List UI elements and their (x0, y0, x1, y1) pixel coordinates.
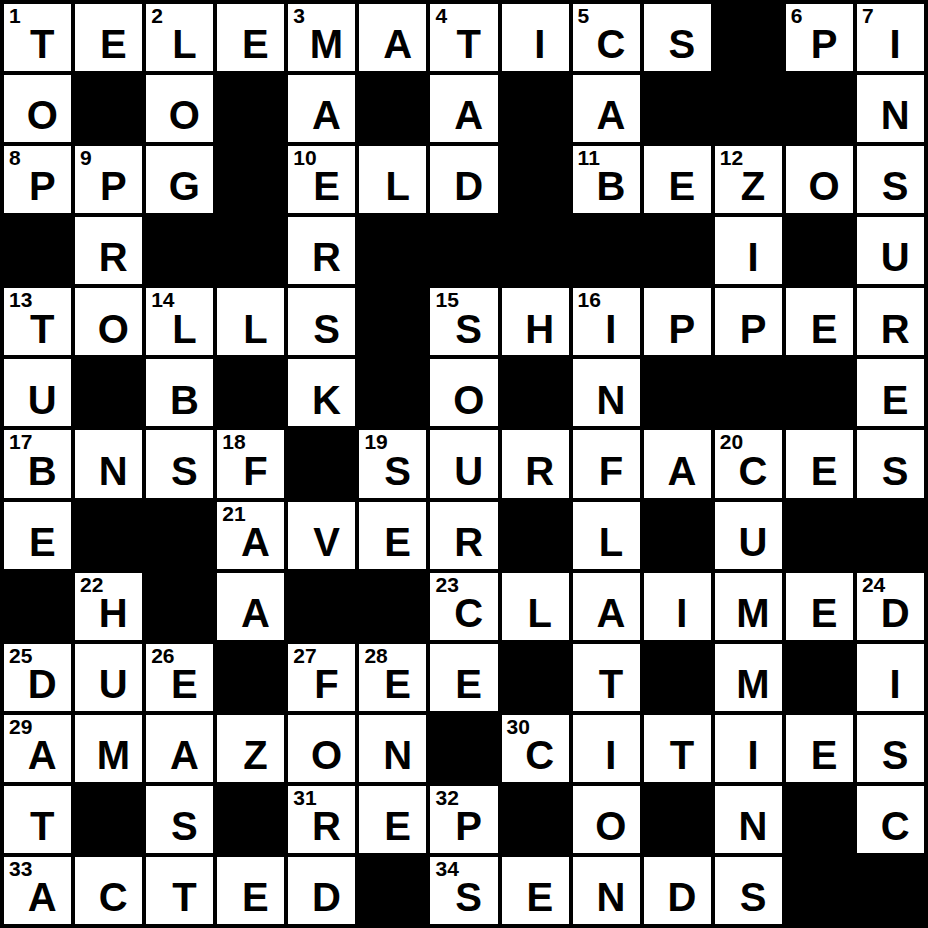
cell-r2c5[interactable]: A (288, 75, 355, 142)
cell-letter: S (171, 804, 198, 849)
cell-r5c13[interactable]: R (857, 288, 924, 355)
cell-letter: U (99, 661, 128, 706)
cell-letter: U (739, 519, 768, 564)
cell-letter: L (599, 519, 623, 564)
cell-letter: E (100, 22, 127, 67)
cell-r9c7[interactable]: 23C (430, 573, 497, 640)
cell-letter: N (596, 875, 625, 920)
cell-r8c6[interactable]: E (359, 502, 426, 569)
cell-letter: A (454, 93, 483, 138)
block-cell-r3c8 (502, 146, 569, 213)
clue-number-27: 27 (293, 645, 316, 667)
cell-letter: A (170, 733, 199, 778)
cell-r1c7[interactable]: 4T (430, 4, 497, 71)
cell-r13c8[interactable]: E (502, 857, 569, 924)
cell-r13c2[interactable]: C (75, 857, 142, 924)
block-cell-r9c1 (4, 573, 71, 640)
cell-r1c4[interactable]: E (217, 4, 284, 71)
cell-r7c6[interactable]: 19S (359, 430, 426, 497)
cell-r10c11[interactable]: M (715, 644, 782, 711)
cell-r3c2[interactable]: 9P (75, 146, 142, 213)
block-cell-r8c10 (644, 502, 711, 569)
cell-r5c9[interactable]: 16I (573, 288, 640, 355)
cell-letter: A (667, 448, 696, 493)
cell-letter: B (170, 377, 199, 422)
cell-r1c3[interactable]: 2L (146, 4, 213, 71)
cell-letter: P (455, 804, 482, 849)
block-cell-r4c8 (502, 217, 569, 284)
cell-r5c2[interactable]: O (75, 288, 142, 355)
cell-r1c2[interactable]: E (75, 4, 142, 71)
cell-r13c10[interactable]: D (644, 857, 711, 924)
cell-r12c1[interactable]: T (4, 786, 71, 853)
cell-r7c4[interactable]: 18F (217, 430, 284, 497)
cell-letter: C (454, 590, 483, 635)
cell-letter: R (99, 235, 128, 280)
block-cell-r12c12 (786, 786, 853, 853)
cell-r9c2[interactable]: 22H (75, 573, 142, 640)
cell-letter: E (811, 590, 838, 635)
cell-r6c9[interactable]: N (573, 359, 640, 426)
block-cell-r4c1 (4, 217, 71, 284)
cell-letter: I (676, 590, 687, 635)
cell-r7c8[interactable]: R (502, 430, 569, 497)
block-cell-r2c2 (75, 75, 142, 142)
cell-letter: I (890, 22, 901, 67)
cell-letter: I (534, 22, 545, 67)
cell-letter: S (669, 22, 696, 67)
cell-letter: O (809, 164, 840, 209)
cell-r2c3[interactable]: O (146, 75, 213, 142)
block-cell-r9c3 (146, 573, 213, 640)
cell-r1c9[interactable]: 5C (573, 4, 640, 71)
block-cell-r6c2 (75, 359, 142, 426)
cell-r6c13[interactable]: E (857, 359, 924, 426)
cell-letter: Z (741, 164, 765, 209)
block-cell-r1c11 (715, 4, 782, 71)
cell-letter: E (242, 875, 269, 920)
cell-r7c12[interactable]: E (786, 430, 853, 497)
block-cell-r13c13 (857, 857, 924, 924)
cell-r13c9[interactable]: N (573, 857, 640, 924)
cell-letter: A (241, 519, 270, 564)
block-cell-r3c4 (217, 146, 284, 213)
block-cell-r6c12 (786, 359, 853, 426)
block-cell-r13c12 (786, 857, 853, 924)
cell-letter: A (383, 22, 412, 67)
cell-r6c3[interactable]: B (146, 359, 213, 426)
cell-letter: C (99, 875, 128, 920)
cell-r3c9[interactable]: 11B (573, 146, 640, 213)
cell-r11c10[interactable]: T (644, 715, 711, 782)
cell-r11c3[interactable]: A (146, 715, 213, 782)
cell-r13c11[interactable]: S (715, 857, 782, 924)
block-cell-r6c11 (715, 359, 782, 426)
cell-r6c1[interactable]: U (4, 359, 71, 426)
cell-r1c5[interactable]: 3M (288, 4, 355, 71)
cell-r9c4[interactable]: A (217, 573, 284, 640)
cell-r5c11[interactable]: P (715, 288, 782, 355)
block-cell-r8c2 (75, 502, 142, 569)
cell-r12c7[interactable]: 32P (430, 786, 497, 853)
cell-r12c5[interactable]: 31R (288, 786, 355, 853)
cell-r7c10[interactable]: A (644, 430, 711, 497)
clue-number-7: 7 (862, 5, 874, 27)
clue-number-3: 3 (293, 5, 305, 27)
cell-letter: V (313, 519, 340, 564)
cell-r2c7[interactable]: A (430, 75, 497, 142)
cell-letter: T (30, 22, 54, 67)
cell-letter: E (455, 661, 482, 706)
block-cell-r4c12 (786, 217, 853, 284)
cell-r1c1[interactable]: 1T (4, 4, 71, 71)
cell-letter: A (596, 93, 625, 138)
cell-letter: U (454, 448, 483, 493)
cell-r13c3[interactable]: T (146, 857, 213, 924)
clue-number-12: 12 (720, 147, 743, 169)
cell-letter: L (172, 306, 196, 351)
cell-r3c1[interactable]: 8P (4, 146, 71, 213)
crossword-board: 1TE2LE3MA4TI5CS6P7IOOAAAN8P9PG10ELD11BE1… (0, 0, 928, 928)
cell-letter: L (528, 590, 552, 635)
cell-r11c9[interactable]: I (573, 715, 640, 782)
cell-r1c12[interactable]: 6P (786, 4, 853, 71)
block-cell-r6c10 (644, 359, 711, 426)
block-cell-r5c6 (359, 288, 426, 355)
block-cell-r12c2 (75, 786, 142, 853)
cell-r3c3[interactable]: G (146, 146, 213, 213)
cell-letter: A (28, 733, 57, 778)
cell-r5c7[interactable]: 15S (430, 288, 497, 355)
cell-letter: R (312, 804, 341, 849)
cell-r10c7[interactable]: E (430, 644, 497, 711)
cell-letter: S (455, 875, 482, 920)
clue-number-6: 6 (791, 5, 803, 27)
cell-r10c6[interactable]: 28E (359, 644, 426, 711)
cell-r8c11[interactable]: U (715, 502, 782, 569)
cell-letter: U (28, 377, 57, 422)
cell-letter: B (28, 448, 57, 493)
cell-letter: E (811, 448, 838, 493)
cell-r11c11[interactable]: I (715, 715, 782, 782)
cell-letter: M (736, 590, 769, 635)
cell-letter: G (169, 164, 200, 209)
cell-letter: T (30, 804, 54, 849)
cell-letter: O (169, 93, 200, 138)
cell-r12c3[interactable]: S (146, 786, 213, 853)
cell-r7c11[interactable]: 20C (715, 430, 782, 497)
cell-letter: M (97, 733, 130, 778)
cell-letter: T (30, 306, 54, 351)
cell-r7c2[interactable]: N (75, 430, 142, 497)
cell-letter: E (882, 377, 909, 422)
cell-r9c13[interactable]: 24D (857, 573, 924, 640)
cell-letter: E (29, 519, 56, 564)
clue-number-4: 4 (435, 5, 447, 27)
cell-letter: B (596, 164, 625, 209)
cell-letter: E (384, 804, 411, 849)
cell-r7c3[interactable]: S (146, 430, 213, 497)
block-cell-r8c13 (857, 502, 924, 569)
cell-letter: N (739, 804, 768, 849)
block-cell-r10c8 (502, 644, 569, 711)
cell-r1c6[interactable]: A (359, 4, 426, 71)
cell-r11c4[interactable]: Z (217, 715, 284, 782)
cell-letter: S (882, 164, 909, 209)
cell-letter: P (669, 306, 696, 351)
cell-letter: R (454, 519, 483, 564)
cell-letter: H (99, 590, 128, 635)
cell-letter: T (456, 22, 480, 67)
cell-r11c12[interactable]: E (786, 715, 853, 782)
cell-r11c5[interactable]: O (288, 715, 355, 782)
cell-r3c13[interactable]: S (857, 146, 924, 213)
cell-r8c1[interactable]: E (4, 502, 71, 569)
cell-letter: C (739, 448, 768, 493)
cell-letter: D (881, 590, 910, 635)
cell-r13c7[interactable]: 34S (430, 857, 497, 924)
cell-r5c3[interactable]: 14L (146, 288, 213, 355)
cell-letter: D (312, 875, 341, 920)
cell-letter: O (453, 377, 484, 422)
cell-r5c5[interactable]: S (288, 288, 355, 355)
cell-letter: D (454, 164, 483, 209)
cell-letter: I (605, 733, 616, 778)
cell-r8c9[interactable]: L (573, 502, 640, 569)
block-cell-r9c5 (288, 573, 355, 640)
cell-r12c13[interactable]: C (857, 786, 924, 853)
cell-r4c2[interactable]: R (75, 217, 142, 284)
cell-letter: S (455, 306, 482, 351)
block-cell-r2c8 (502, 75, 569, 142)
cell-letter: I (890, 661, 901, 706)
cell-letter: M (736, 661, 769, 706)
cell-r3c5[interactable]: 10E (288, 146, 355, 213)
cell-r12c6[interactable]: E (359, 786, 426, 853)
cell-letter: R (525, 448, 554, 493)
cell-r6c5[interactable]: K (288, 359, 355, 426)
block-cell-r10c4 (217, 644, 284, 711)
block-cell-r4c9 (573, 217, 640, 284)
cell-r3c12[interactable]: O (786, 146, 853, 213)
cell-letter: L (172, 22, 196, 67)
clue-number-2: 2 (151, 5, 163, 27)
cell-letter: A (241, 590, 270, 635)
cell-letter: S (384, 448, 411, 493)
cell-letter: L (385, 164, 409, 209)
block-cell-r13c6 (359, 857, 426, 924)
cell-r10c3[interactable]: 26E (146, 644, 213, 711)
cell-r4c13[interactable]: U (857, 217, 924, 284)
cell-letter: E (526, 875, 553, 920)
cell-r6c7[interactable]: O (430, 359, 497, 426)
clue-number-1: 1 (9, 5, 21, 27)
cell-letter: I (605, 306, 616, 351)
cell-letter: C (881, 804, 910, 849)
cell-letter: O (595, 804, 626, 849)
cell-letter: H (525, 306, 554, 351)
cell-letter: O (311, 733, 342, 778)
block-cell-r4c4 (217, 217, 284, 284)
cell-r7c9[interactable]: F (573, 430, 640, 497)
cell-letter: S (882, 448, 909, 493)
cell-letter: T (670, 733, 694, 778)
clue-number-8: 8 (9, 147, 21, 169)
cell-r10c9[interactable]: T (573, 644, 640, 711)
cell-r4c5[interactable]: R (288, 217, 355, 284)
cell-r1c13[interactable]: 7I (857, 4, 924, 71)
block-cell-r6c6 (359, 359, 426, 426)
block-cell-r8c3 (146, 502, 213, 569)
cell-letter: Z (243, 733, 267, 778)
cell-letter: E (384, 519, 411, 564)
cell-r3c10[interactable]: E (644, 146, 711, 213)
cell-letter: C (596, 22, 625, 67)
cell-r2c9[interactable]: A (573, 75, 640, 142)
cell-r2c1[interactable]: O (4, 75, 71, 142)
cell-r8c4[interactable]: 21A (217, 502, 284, 569)
block-cell-r2c6 (359, 75, 426, 142)
cell-letter: R (881, 306, 910, 351)
cell-letter: R (312, 235, 341, 280)
block-cell-r2c4 (217, 75, 284, 142)
block-cell-r4c3 (146, 217, 213, 284)
cell-letter: P (811, 22, 838, 67)
cell-letter: E (242, 22, 269, 67)
cell-letter: T (599, 661, 623, 706)
cell-r12c9[interactable]: O (573, 786, 640, 853)
cell-letter: S (740, 875, 767, 920)
cell-letter: D (667, 875, 696, 920)
cell-r5c1[interactable]: 13T (4, 288, 71, 355)
cell-letter: A (596, 590, 625, 635)
cell-r8c7[interactable]: R (430, 502, 497, 569)
block-cell-r2c12 (786, 75, 853, 142)
cell-letter: F (314, 661, 338, 706)
cell-r1c10[interactable]: S (644, 4, 711, 71)
block-cell-r7c5 (288, 430, 355, 497)
block-cell-r11c7 (430, 715, 497, 782)
cell-letter: O (27, 93, 58, 138)
cell-letter: A (28, 875, 57, 920)
cell-letter: K (312, 377, 341, 422)
cell-letter: C (525, 733, 554, 778)
cell-letter: E (313, 164, 340, 209)
cell-letter: E (811, 306, 838, 351)
cell-r11c13[interactable]: S (857, 715, 924, 782)
clue-number-16: 16 (578, 289, 601, 311)
cell-letter: N (596, 377, 625, 422)
cell-r10c13[interactable]: I (857, 644, 924, 711)
cell-letter: E (669, 164, 696, 209)
cell-letter: E (384, 661, 411, 706)
cell-r9c10[interactable]: I (644, 573, 711, 640)
block-cell-r2c10 (644, 75, 711, 142)
cell-r9c9[interactable]: A (573, 573, 640, 640)
clue-number-9: 9 (80, 147, 92, 169)
block-cell-r6c4 (217, 359, 284, 426)
cell-r5c8[interactable]: H (502, 288, 569, 355)
cell-letter: P (100, 164, 127, 209)
cell-letter: D (28, 661, 57, 706)
block-cell-r12c8 (502, 786, 569, 853)
cell-letter: O (98, 306, 129, 351)
cell-letter: I (747, 733, 758, 778)
cell-r7c1[interactable]: 17B (4, 430, 71, 497)
cell-letter: E (171, 661, 198, 706)
cell-r7c13[interactable]: S (857, 430, 924, 497)
block-cell-r6c8 (502, 359, 569, 426)
cell-r7c7[interactable]: U (430, 430, 497, 497)
cell-r11c1[interactable]: 29A (4, 715, 71, 782)
cell-r9c8[interactable]: L (502, 573, 569, 640)
block-cell-r9c6 (359, 573, 426, 640)
cell-r10c5[interactable]: 27F (288, 644, 355, 711)
cell-r3c11[interactable]: 12Z (715, 146, 782, 213)
cell-letter: S (882, 733, 909, 778)
cell-letter: L (243, 306, 267, 351)
block-cell-r12c10 (644, 786, 711, 853)
cell-r2c13[interactable]: N (857, 75, 924, 142)
cell-letter: N (99, 448, 128, 493)
clue-number-18: 18 (222, 431, 245, 453)
cell-r9c11[interactable]: M (715, 573, 782, 640)
cell-r3c7[interactable]: D (430, 146, 497, 213)
cell-r13c1[interactable]: 33A (4, 857, 71, 924)
cell-r5c12[interactable]: E (786, 288, 853, 355)
cell-r4c11[interactable]: I (715, 217, 782, 284)
cell-letter: A (312, 93, 341, 138)
cell-r5c4[interactable]: L (217, 288, 284, 355)
cell-r11c2[interactable]: M (75, 715, 142, 782)
block-cell-r4c7 (430, 217, 497, 284)
block-cell-r8c8 (502, 502, 569, 569)
clue-number-14: 14 (151, 289, 174, 311)
block-cell-r4c6 (359, 217, 426, 284)
cell-r3c6[interactable]: L (359, 146, 426, 213)
cell-letter: M (310, 22, 343, 67)
cell-r12c11[interactable]: N (715, 786, 782, 853)
cell-r8c5[interactable]: V (288, 502, 355, 569)
cell-r10c2[interactable]: U (75, 644, 142, 711)
block-cell-r8c12 (786, 502, 853, 569)
block-cell-r10c12 (786, 644, 853, 711)
cell-letter: P (29, 164, 56, 209)
block-cell-r2c11 (715, 75, 782, 142)
cell-r1c8[interactable]: I (502, 4, 569, 71)
cell-letter: N (881, 93, 910, 138)
cell-r13c4[interactable]: E (217, 857, 284, 924)
block-cell-r4c10 (644, 217, 711, 284)
block-cell-r10c10 (644, 644, 711, 711)
cell-letter: S (313, 306, 340, 351)
cell-letter: I (747, 235, 758, 280)
cell-r5c10[interactable]: P (644, 288, 711, 355)
cell-r11c8[interactable]: 30C (502, 715, 569, 782)
clue-number-5: 5 (578, 5, 590, 27)
cell-r10c1[interactable]: 25D (4, 644, 71, 711)
cell-letter: F (243, 448, 267, 493)
cell-letter: N (383, 733, 412, 778)
cell-letter: P (740, 306, 767, 351)
cell-letter: T (172, 875, 196, 920)
cell-r13c5[interactable]: D (288, 857, 355, 924)
cell-r11c6[interactable]: N (359, 715, 426, 782)
cell-letter: U (881, 235, 910, 280)
cell-letter: E (811, 733, 838, 778)
clue-number-13: 13 (9, 289, 32, 311)
cell-r9c12[interactable]: E (786, 573, 853, 640)
